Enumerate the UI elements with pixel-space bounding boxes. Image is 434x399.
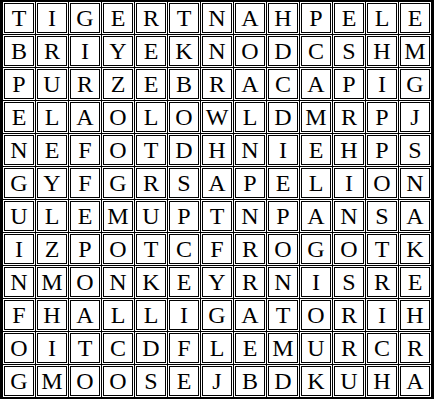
grid-cell[interactable]: H <box>400 300 430 330</box>
grid-cell[interactable]: P <box>367 135 397 165</box>
grid-cell[interactable]: B <box>4 36 34 66</box>
grid-cell[interactable]: E <box>70 201 100 231</box>
grid-cell[interactable]: D <box>136 333 166 363</box>
grid-cell[interactable]: A <box>235 69 265 99</box>
grid-cell[interactable]: L <box>301 168 331 198</box>
grid-cell[interactable]: R <box>37 36 67 66</box>
grid-cell[interactable]: G <box>202 300 232 330</box>
grid-cell[interactable]: N <box>4 267 34 297</box>
grid-cell[interactable]: O <box>103 135 133 165</box>
grid-cell[interactable]: U <box>37 69 67 99</box>
grid-cell[interactable]: A <box>400 366 430 396</box>
grid-cell[interactable]: L <box>136 300 166 330</box>
grid-cell[interactable]: B <box>235 366 265 396</box>
grid-cell[interactable]: I <box>301 267 331 297</box>
grid-cell[interactable]: T <box>268 300 298 330</box>
grid-cell[interactable]: T <box>4 3 34 33</box>
grid-cell[interactable]: M <box>400 36 430 66</box>
grid-cell[interactable]: O <box>70 366 100 396</box>
grid-cell[interactable]: M <box>37 267 67 297</box>
grid-cell[interactable]: M <box>268 333 298 363</box>
grid-cell[interactable]: T <box>136 135 166 165</box>
grid-cell[interactable]: W <box>202 102 232 132</box>
grid-cell[interactable]: R <box>235 234 265 264</box>
grid-cell[interactable]: E <box>334 3 364 33</box>
grid-cell[interactable]: R <box>235 267 265 297</box>
grid-cell[interactable]: A <box>301 201 331 231</box>
grid-cell[interactable]: L <box>37 102 67 132</box>
grid-cell[interactable]: E <box>4 102 34 132</box>
grid-cell[interactable]: M <box>103 201 133 231</box>
grid-cell[interactable]: S <box>367 201 397 231</box>
grid-cell[interactable]: O <box>301 300 331 330</box>
grid-cell[interactable]: C <box>268 69 298 99</box>
grid-cell[interactable]: I <box>37 3 67 33</box>
grid-cell[interactable]: G <box>4 168 34 198</box>
grid-cell[interactable]: Z <box>37 234 67 264</box>
grid-cell[interactable]: A <box>235 300 265 330</box>
grid-cell[interactable]: R <box>70 69 100 99</box>
grid-cell[interactable]: O <box>103 234 133 264</box>
grid-cell[interactable]: A <box>400 201 430 231</box>
grid-cell[interactable]: N <box>202 3 232 33</box>
grid-cell[interactable]: U <box>4 201 34 231</box>
grid-cell[interactable]: C <box>367 333 397 363</box>
grid-cell[interactable]: O <box>334 234 364 264</box>
grid-cell[interactable]: I <box>367 69 397 99</box>
grid-cell[interactable]: S <box>334 267 364 297</box>
grid-cell[interactable]: R <box>136 168 166 198</box>
grid-cell[interactable]: I <box>70 36 100 66</box>
grid-cell[interactable]: U <box>301 333 331 363</box>
grid-cell[interactable]: P <box>235 168 265 198</box>
grid-cell[interactable]: T <box>367 234 397 264</box>
grid-cell[interactable]: R <box>334 102 364 132</box>
grid-cell[interactable]: O <box>103 366 133 396</box>
grid-cell[interactable]: E <box>235 333 265 363</box>
grid-cell[interactable]: I <box>4 234 34 264</box>
grid-cell[interactable]: N <box>334 201 364 231</box>
grid-cell[interactable]: O <box>367 168 397 198</box>
grid-cell[interactable]: O <box>70 267 100 297</box>
grid-cell[interactable]: E <box>37 135 67 165</box>
grid-cell[interactable]: E <box>301 135 331 165</box>
grid-cell[interactable]: Y <box>103 36 133 66</box>
grid-cell[interactable]: I <box>169 300 199 330</box>
grid-cell[interactable]: E <box>400 267 430 297</box>
grid-cell[interactable]: L <box>235 102 265 132</box>
grid-cell[interactable]: E <box>400 3 430 33</box>
grid-cell[interactable]: I <box>37 333 67 363</box>
grid-cell[interactable]: R <box>334 300 364 330</box>
grid-cell[interactable]: J <box>202 366 232 396</box>
grid-cell[interactable]: P <box>367 102 397 132</box>
grid-cell[interactable]: N <box>235 201 265 231</box>
grid-cell[interactable]: J <box>400 102 430 132</box>
grid-cell[interactable]: E <box>103 3 133 33</box>
grid-cell[interactable]: G <box>70 3 100 33</box>
grid-cell[interactable]: P <box>70 234 100 264</box>
grid-cell[interactable]: S <box>334 36 364 66</box>
grid-cell[interactable]: L <box>367 3 397 33</box>
grid-cell[interactable]: U <box>334 366 364 396</box>
grid-cell[interactable]: R <box>202 69 232 99</box>
grid-cell[interactable]: Z <box>103 69 133 99</box>
grid-cell[interactable]: P <box>169 201 199 231</box>
grid-cell[interactable]: F <box>169 333 199 363</box>
grid-cell[interactable]: K <box>136 267 166 297</box>
grid-cell[interactable]: A <box>202 168 232 198</box>
grid-cell[interactable]: F <box>70 135 100 165</box>
grid-cell[interactable]: I <box>268 135 298 165</box>
grid-cell[interactable]: T <box>70 333 100 363</box>
grid-cell[interactable]: H <box>202 135 232 165</box>
grid-cell[interactable]: D <box>268 36 298 66</box>
grid-cell[interactable]: H <box>37 300 67 330</box>
grid-cell[interactable]: M <box>301 102 331 132</box>
grid-cell[interactable]: H <box>367 366 397 396</box>
grid-cell[interactable]: O <box>103 102 133 132</box>
grid-cell[interactable]: U <box>136 201 166 231</box>
grid-cell[interactable]: A <box>70 300 100 330</box>
grid-cell[interactable]: F <box>70 168 100 198</box>
grid-cell[interactable]: K <box>169 36 199 66</box>
grid-cell[interactable]: H <box>334 135 364 165</box>
grid-cell[interactable]: P <box>301 3 331 33</box>
grid-cell[interactable]: Y <box>37 168 67 198</box>
grid-cell[interactable]: T <box>169 3 199 33</box>
grid-cell[interactable]: E <box>169 267 199 297</box>
grid-cell[interactable]: S <box>136 366 166 396</box>
grid-cell[interactable]: R <box>400 333 430 363</box>
grid-cell[interactable]: B <box>169 69 199 99</box>
grid-cell[interactable]: N <box>4 135 34 165</box>
grid-cell[interactable]: N <box>202 36 232 66</box>
grid-cell[interactable]: O <box>4 333 34 363</box>
grid-cell[interactable]: T <box>136 234 166 264</box>
grid-cell[interactable]: C <box>301 36 331 66</box>
grid-cell[interactable]: L <box>103 300 133 330</box>
grid-cell[interactable]: F <box>202 234 232 264</box>
grid-cell[interactable]: O <box>268 234 298 264</box>
grid-cell[interactable]: G <box>400 69 430 99</box>
grid-cell[interactable]: H <box>367 36 397 66</box>
grid-cell[interactable]: N <box>235 135 265 165</box>
grid-cell[interactable]: G <box>4 366 34 396</box>
grid-cell[interactable]: G <box>103 168 133 198</box>
grid-cell[interactable]: H <box>268 3 298 33</box>
grid-cell[interactable]: E <box>136 69 166 99</box>
grid-cell[interactable]: P <box>4 69 34 99</box>
grid-cell[interactable]: L <box>136 102 166 132</box>
grid-cell[interactable]: R <box>136 3 166 33</box>
grid-cell[interactable]: L <box>37 201 67 231</box>
grid-cell[interactable]: D <box>268 102 298 132</box>
word-search-board: TIGERTNAHPELEBRIYEKNODCSHMPURZEBRACAPIGE… <box>0 0 434 399</box>
grid-cell[interactable]: C <box>169 234 199 264</box>
grid-cell[interactable]: K <box>400 234 430 264</box>
grid-cell[interactable]: N <box>400 168 430 198</box>
grid-cell[interactable]: E <box>268 168 298 198</box>
grid-cell[interactable]: D <box>268 366 298 396</box>
grid-cell[interactable]: O <box>169 102 199 132</box>
grid-cell[interactable]: P <box>268 201 298 231</box>
grid-cell[interactable]: T <box>202 201 232 231</box>
grid-cell[interactable]: D <box>169 135 199 165</box>
grid-cell[interactable]: A <box>235 3 265 33</box>
grid-cell[interactable]: G <box>301 234 331 264</box>
grid-cell[interactable]: F <box>4 300 34 330</box>
grid-cell[interactable]: M <box>37 366 67 396</box>
grid-cell[interactable]: S <box>400 135 430 165</box>
grid-cell[interactable]: P <box>334 69 364 99</box>
grid-cell[interactable]: Y <box>202 267 232 297</box>
grid-cell[interactable]: O <box>235 36 265 66</box>
grid-cell[interactable]: R <box>334 333 364 363</box>
grid-cell[interactable]: C <box>103 333 133 363</box>
grid-cell[interactable]: A <box>70 102 100 132</box>
grid-cell[interactable]: R <box>367 267 397 297</box>
grid-cell[interactable]: I <box>367 300 397 330</box>
grid-cell[interactable]: N <box>268 267 298 297</box>
grid-cell[interactable]: K <box>301 366 331 396</box>
grid-cell[interactable]: S <box>169 168 199 198</box>
grid-cell[interactable]: I <box>334 168 364 198</box>
grid-cell[interactable]: L <box>202 333 232 363</box>
grid-cell[interactable]: E <box>136 36 166 66</box>
grid-cell[interactable]: E <box>169 366 199 396</box>
grid-cell[interactable]: A <box>301 69 331 99</box>
grid-cell[interactable]: N <box>103 267 133 297</box>
